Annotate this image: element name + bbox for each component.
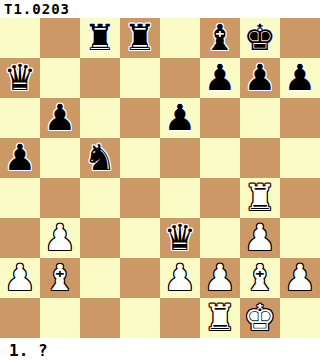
square-g3[interactable]: ♟ bbox=[240, 218, 280, 258]
square-b4[interactable] bbox=[40, 178, 80, 218]
square-b7[interactable] bbox=[40, 58, 80, 98]
square-e2[interactable]: ♟ bbox=[160, 258, 200, 298]
piece-white-bishop: ♝ bbox=[44, 260, 76, 296]
square-f8[interactable]: ♝ bbox=[200, 18, 240, 58]
square-b5[interactable] bbox=[40, 138, 80, 178]
square-b8[interactable] bbox=[40, 18, 80, 58]
square-h7[interactable]: ♟ bbox=[280, 58, 320, 98]
square-b2[interactable]: ♝ bbox=[40, 258, 80, 298]
piece-black-pawn: ♟ bbox=[244, 60, 276, 96]
square-h2[interactable]: ♟ bbox=[280, 258, 320, 298]
chess-board: ♜♜♝♚♛♟♟♟♟♟♟♞♜♟♛♟♟♝♟♟♝♟♜♚ bbox=[0, 18, 320, 338]
square-c4[interactable] bbox=[80, 178, 120, 218]
piece-white-rook: ♜ bbox=[244, 180, 276, 216]
square-b1[interactable] bbox=[40, 298, 80, 338]
square-a7[interactable]: ♛ bbox=[0, 58, 40, 98]
square-f5[interactable] bbox=[200, 138, 240, 178]
square-d8[interactable]: ♜ bbox=[120, 18, 160, 58]
square-d6[interactable] bbox=[120, 98, 160, 138]
square-b6[interactable]: ♟ bbox=[40, 98, 80, 138]
square-d3[interactable] bbox=[120, 218, 160, 258]
piece-white-pawn: ♟ bbox=[164, 260, 196, 296]
square-a8[interactable] bbox=[0, 18, 40, 58]
square-g7[interactable]: ♟ bbox=[240, 58, 280, 98]
square-e7[interactable] bbox=[160, 58, 200, 98]
piece-white-pawn: ♟ bbox=[244, 220, 276, 256]
square-e1[interactable] bbox=[160, 298, 200, 338]
piece-black-pawn: ♟ bbox=[4, 140, 36, 176]
piece-white-bishop: ♝ bbox=[244, 260, 276, 296]
square-a6[interactable] bbox=[0, 98, 40, 138]
square-e6[interactable]: ♟ bbox=[160, 98, 200, 138]
square-h3[interactable] bbox=[280, 218, 320, 258]
square-f7[interactable]: ♟ bbox=[200, 58, 240, 98]
piece-black-king: ♚ bbox=[244, 20, 276, 56]
piece-black-queen: ♛ bbox=[164, 220, 196, 256]
chess-training-window: T1.0203 ♜♜♝♚♛♟♟♟♟♟♟♞♜♟♛♟♟♝♟♟♝♟♜♚ 1. ? bbox=[0, 0, 320, 360]
piece-white-pawn: ♟ bbox=[4, 260, 36, 296]
puzzle-id: T1.0203 bbox=[4, 1, 70, 17]
square-e8[interactable] bbox=[160, 18, 200, 58]
square-a2[interactable]: ♟ bbox=[0, 258, 40, 298]
piece-white-rook: ♜ bbox=[204, 300, 236, 336]
square-h5[interactable] bbox=[280, 138, 320, 178]
square-g4[interactable]: ♜ bbox=[240, 178, 280, 218]
square-c3[interactable] bbox=[80, 218, 120, 258]
square-h8[interactable] bbox=[280, 18, 320, 58]
piece-black-pawn: ♟ bbox=[284, 60, 316, 96]
square-d2[interactable] bbox=[120, 258, 160, 298]
square-d4[interactable] bbox=[120, 178, 160, 218]
square-c5[interactable]: ♞ bbox=[80, 138, 120, 178]
square-d7[interactable] bbox=[120, 58, 160, 98]
square-g2[interactable]: ♝ bbox=[240, 258, 280, 298]
square-c7[interactable] bbox=[80, 58, 120, 98]
square-g8[interactable]: ♚ bbox=[240, 18, 280, 58]
square-b3[interactable]: ♟ bbox=[40, 218, 80, 258]
square-g5[interactable] bbox=[240, 138, 280, 178]
square-c8[interactable]: ♜ bbox=[80, 18, 120, 58]
square-f3[interactable] bbox=[200, 218, 240, 258]
piece-black-pawn: ♟ bbox=[44, 100, 76, 136]
piece-black-pawn: ♟ bbox=[164, 100, 196, 136]
square-f6[interactable] bbox=[200, 98, 240, 138]
square-c2[interactable] bbox=[80, 258, 120, 298]
square-c1[interactable] bbox=[80, 298, 120, 338]
piece-black-queen: ♛ bbox=[4, 60, 36, 96]
piece-white-pawn: ♟ bbox=[284, 260, 316, 296]
piece-white-pawn: ♟ bbox=[204, 260, 236, 296]
square-a3[interactable] bbox=[0, 218, 40, 258]
square-d1[interactable] bbox=[120, 298, 160, 338]
square-a5[interactable]: ♟ bbox=[0, 138, 40, 178]
square-d5[interactable] bbox=[120, 138, 160, 178]
square-f2[interactable]: ♟ bbox=[200, 258, 240, 298]
square-g1[interactable]: ♚ bbox=[240, 298, 280, 338]
square-a4[interactable] bbox=[0, 178, 40, 218]
piece-black-pawn: ♟ bbox=[204, 60, 236, 96]
square-e5[interactable] bbox=[160, 138, 200, 178]
square-e4[interactable] bbox=[160, 178, 200, 218]
square-f1[interactable]: ♜ bbox=[200, 298, 240, 338]
piece-black-rook: ♜ bbox=[124, 20, 156, 56]
square-e3[interactable]: ♛ bbox=[160, 218, 200, 258]
piece-black-bishop: ♝ bbox=[204, 20, 236, 56]
square-h1[interactable] bbox=[280, 298, 320, 338]
square-f4[interactable] bbox=[200, 178, 240, 218]
piece-white-pawn: ♟ bbox=[44, 220, 76, 256]
square-a1[interactable] bbox=[0, 298, 40, 338]
square-h6[interactable] bbox=[280, 98, 320, 138]
square-h4[interactable] bbox=[280, 178, 320, 218]
square-g6[interactable] bbox=[240, 98, 280, 138]
square-c6[interactable] bbox=[80, 98, 120, 138]
piece-black-rook: ♜ bbox=[84, 20, 116, 56]
piece-black-knight: ♞ bbox=[84, 140, 116, 176]
move-prompt: 1. ? bbox=[9, 341, 48, 360]
piece-white-king: ♚ bbox=[244, 300, 276, 336]
